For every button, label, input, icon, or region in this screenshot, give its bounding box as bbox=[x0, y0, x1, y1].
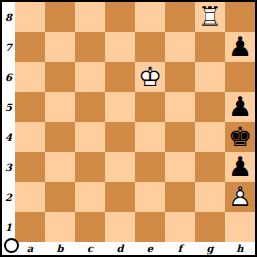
black-pawn-icon: ♟ bbox=[225, 32, 255, 62]
piece-black-pawn-h5[interactable]: ♟ bbox=[225, 92, 255, 122]
square-b3[interactable] bbox=[45, 152, 75, 182]
square-f7[interactable] bbox=[165, 32, 195, 62]
square-f5[interactable] bbox=[165, 92, 195, 122]
square-g5[interactable] bbox=[195, 92, 225, 122]
square-c4[interactable] bbox=[75, 122, 105, 152]
square-g2[interactable] bbox=[195, 182, 225, 212]
square-d6[interactable] bbox=[105, 62, 135, 92]
square-e3[interactable] bbox=[135, 152, 165, 182]
square-a1[interactable] bbox=[15, 212, 45, 242]
square-d3[interactable] bbox=[105, 152, 135, 182]
rank-label-5: 5 bbox=[2, 92, 15, 122]
square-e8[interactable] bbox=[135, 2, 165, 32]
black-king-icon: ♚ bbox=[225, 122, 255, 152]
black-pawn-icon: ♟ bbox=[225, 152, 255, 182]
chess-diagram: 8♜♖7♟6♚♔5♟4♚3♟2♟♙1abcdefgh bbox=[0, 0, 257, 257]
square-b8[interactable] bbox=[45, 2, 75, 32]
square-e2[interactable] bbox=[135, 182, 165, 212]
rank-label-2: 2 bbox=[2, 182, 15, 212]
square-g3[interactable] bbox=[195, 152, 225, 182]
white-to-move-indicator bbox=[4, 238, 19, 253]
piece-black-pawn-h3[interactable]: ♟ bbox=[225, 152, 255, 182]
file-label-b: b bbox=[45, 242, 75, 255]
piece-white-rook-g8[interactable]: ♜♖ bbox=[195, 2, 225, 32]
square-g4[interactable] bbox=[195, 122, 225, 152]
piece-black-pawn-h7[interactable]: ♟ bbox=[225, 32, 255, 62]
white-king-icon: ♔ bbox=[135, 62, 165, 92]
square-b5[interactable] bbox=[45, 92, 75, 122]
chess-board: 8♜♖7♟6♚♔5♟4♚3♟2♟♙1abcdefgh bbox=[2, 2, 255, 255]
square-c7[interactable] bbox=[75, 32, 105, 62]
square-a2[interactable] bbox=[15, 182, 45, 212]
square-c1[interactable] bbox=[75, 212, 105, 242]
square-d5[interactable] bbox=[105, 92, 135, 122]
square-h2[interactable]: ♟♙ bbox=[225, 182, 255, 212]
file-label-e: e bbox=[135, 242, 165, 255]
square-d1[interactable] bbox=[105, 212, 135, 242]
square-c8[interactable] bbox=[75, 2, 105, 32]
square-c3[interactable] bbox=[75, 152, 105, 182]
square-a8[interactable] bbox=[15, 2, 45, 32]
square-b1[interactable] bbox=[45, 212, 75, 242]
square-g1[interactable] bbox=[195, 212, 225, 242]
square-f4[interactable] bbox=[165, 122, 195, 152]
square-e6[interactable]: ♚♔ bbox=[135, 62, 165, 92]
rank-label-6: 6 bbox=[2, 62, 15, 92]
square-h6[interactable] bbox=[225, 62, 255, 92]
square-d2[interactable] bbox=[105, 182, 135, 212]
square-h8[interactable] bbox=[225, 2, 255, 32]
rank-label-3: 3 bbox=[2, 152, 15, 182]
black-pawn-icon: ♟ bbox=[225, 92, 255, 122]
square-c5[interactable] bbox=[75, 92, 105, 122]
square-b7[interactable] bbox=[45, 32, 75, 62]
square-e4[interactable] bbox=[135, 122, 165, 152]
file-label-h: h bbox=[225, 242, 255, 255]
square-h1[interactable] bbox=[225, 212, 255, 242]
square-d4[interactable] bbox=[105, 122, 135, 152]
square-f1[interactable] bbox=[165, 212, 195, 242]
file-label-g: g bbox=[195, 242, 225, 255]
rank-label-8: 8 bbox=[2, 2, 15, 32]
square-h4[interactable]: ♚ bbox=[225, 122, 255, 152]
square-g7[interactable] bbox=[195, 32, 225, 62]
rank-label-7: 7 bbox=[2, 32, 15, 62]
white-pawn-icon: ♙ bbox=[225, 182, 255, 212]
square-b2[interactable] bbox=[45, 182, 75, 212]
square-h7[interactable]: ♟ bbox=[225, 32, 255, 62]
square-a3[interactable] bbox=[15, 152, 45, 182]
piece-black-king-h4[interactable]: ♚ bbox=[225, 122, 255, 152]
square-c6[interactable] bbox=[75, 62, 105, 92]
file-label-c: c bbox=[75, 242, 105, 255]
square-a4[interactable] bbox=[15, 122, 45, 152]
square-a5[interactable] bbox=[15, 92, 45, 122]
rank-label-4: 4 bbox=[2, 122, 15, 152]
piece-white-king-e6[interactable]: ♚♔ bbox=[135, 62, 165, 92]
square-g6[interactable] bbox=[195, 62, 225, 92]
file-label-a: a bbox=[15, 242, 45, 255]
file-label-f: f bbox=[165, 242, 195, 255]
square-g8[interactable]: ♜♖ bbox=[195, 2, 225, 32]
file-label-d: d bbox=[105, 242, 135, 255]
square-c2[interactable] bbox=[75, 182, 105, 212]
square-e7[interactable] bbox=[135, 32, 165, 62]
square-a7[interactable] bbox=[15, 32, 45, 62]
piece-white-pawn-h2[interactable]: ♟♙ bbox=[225, 182, 255, 212]
square-f8[interactable] bbox=[165, 2, 195, 32]
square-e5[interactable] bbox=[135, 92, 165, 122]
square-f6[interactable] bbox=[165, 62, 195, 92]
square-e1[interactable] bbox=[135, 212, 165, 242]
square-a6[interactable] bbox=[15, 62, 45, 92]
square-f3[interactable] bbox=[165, 152, 195, 182]
square-h5[interactable]: ♟ bbox=[225, 92, 255, 122]
square-b6[interactable] bbox=[45, 62, 75, 92]
square-d8[interactable] bbox=[105, 2, 135, 32]
square-f2[interactable] bbox=[165, 182, 195, 212]
white-rook-icon: ♖ bbox=[195, 2, 225, 32]
square-d7[interactable] bbox=[105, 32, 135, 62]
square-b4[interactable] bbox=[45, 122, 75, 152]
square-h3[interactable]: ♟ bbox=[225, 152, 255, 182]
